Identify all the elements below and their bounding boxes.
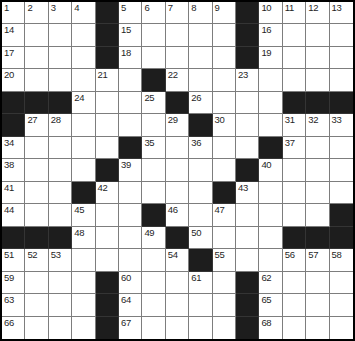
cell-r2c4[interactable]: [72, 24, 95, 46]
cell-r12c10[interactable]: 55: [213, 249, 236, 271]
cell-r7c3[interactable]: [49, 137, 72, 159]
cell-r3c15[interactable]: [330, 47, 353, 69]
black-cell: [283, 92, 306, 114]
cell-number: 13: [332, 2, 342, 13]
black-cell: [236, 272, 259, 294]
cell-r6c10[interactable]: 30: [213, 114, 236, 136]
cell-r3c1[interactable]: 17: [2, 47, 25, 69]
cell-number: 63: [4, 294, 14, 305]
cell-r4c3[interactable]: [49, 69, 72, 91]
cell-r4c15[interactable]: [330, 69, 353, 91]
cell-r13c7[interactable]: [142, 272, 165, 294]
cell-number: 40: [261, 159, 271, 170]
crossword-grid: 1234567891011121314151617181920212223242…: [0, 0, 355, 341]
black-cell: [49, 92, 72, 114]
cell-r3c3[interactable]: [49, 47, 72, 69]
cell-r11c5[interactable]: [96, 227, 119, 249]
cell-r13c1[interactable]: 59: [2, 272, 25, 294]
cell-r12c2[interactable]: 52: [25, 249, 48, 271]
cell-r5c6[interactable]: [119, 92, 142, 114]
cell-r15c3[interactable]: [49, 317, 72, 339]
cell-r4c10[interactable]: [213, 69, 236, 91]
cell-r4c8[interactable]: 22: [166, 69, 189, 91]
cell-r9c11[interactable]: 43: [236, 182, 259, 204]
black-cell: [72, 182, 95, 204]
cell-r12c15[interactable]: 58: [330, 249, 353, 271]
black-cell: [236, 159, 259, 181]
cell-r13c9[interactable]: 61: [189, 272, 212, 294]
cell-number: 23: [238, 69, 248, 80]
cell-r11c6[interactable]: [119, 227, 142, 249]
cell-r4c5[interactable]: 21: [96, 69, 119, 91]
cell-r1c12[interactable]: 10: [259, 2, 282, 24]
cell-r8c14[interactable]: [306, 159, 329, 181]
cell-r12c8[interactable]: 54: [166, 249, 189, 271]
cell-r7c10[interactable]: [213, 137, 236, 159]
black-cell: [166, 227, 189, 249]
black-cell: [189, 114, 212, 136]
cell-r14c10[interactable]: [213, 294, 236, 316]
cell-r10c11[interactable]: [236, 204, 259, 226]
cell-r15c12[interactable]: 68: [259, 317, 282, 339]
black-cell: [2, 227, 25, 249]
cell-number: 54: [168, 249, 178, 260]
cell-number: 44: [4, 204, 14, 215]
cell-number: 57: [308, 249, 318, 260]
cell-number: 15: [121, 24, 131, 35]
cell-r9c14[interactable]: [306, 182, 329, 204]
cell-number: 8: [191, 2, 196, 13]
cell-r9c3[interactable]: [49, 182, 72, 204]
cell-number: 67: [121, 317, 131, 328]
cell-r12c11[interactable]: [236, 249, 259, 271]
cell-number: 61: [191, 272, 201, 283]
cell-r2c8[interactable]: [166, 24, 189, 46]
cell-number: 66: [4, 317, 14, 328]
black-cell: [49, 227, 72, 249]
cell-r13c8[interactable]: [166, 272, 189, 294]
cell-r7c2[interactable]: [25, 137, 48, 159]
cell-number: 1: [4, 2, 9, 13]
cell-r10c6[interactable]: [119, 204, 142, 226]
cell-r4c14[interactable]: [306, 69, 329, 91]
black-cell: [96, 2, 119, 24]
cell-r11c9[interactable]: 50: [189, 227, 212, 249]
cell-number: 48: [74, 227, 84, 238]
cell-r14c6[interactable]: 64: [119, 294, 142, 316]
cell-number: 52: [27, 249, 37, 260]
cell-number: 19: [261, 47, 271, 58]
cell-r8c9[interactable]: [189, 159, 212, 181]
cell-number: 17: [4, 47, 14, 58]
cell-r10c14[interactable]: [306, 204, 329, 226]
cell-r8c10[interactable]: [213, 159, 236, 181]
cell-r14c15[interactable]: [330, 294, 353, 316]
cell-r7c11[interactable]: [236, 137, 259, 159]
cell-number: 33: [332, 114, 342, 125]
cell-number: 26: [191, 92, 201, 103]
cell-r15c10[interactable]: [213, 317, 236, 339]
cell-number: 11: [285, 2, 294, 13]
black-cell: [25, 227, 48, 249]
cell-r14c12[interactable]: 65: [259, 294, 282, 316]
cell-r2c9[interactable]: [189, 24, 212, 46]
cell-number: 25: [144, 92, 154, 103]
cell-r2c2[interactable]: [25, 24, 48, 46]
cell-r1c13[interactable]: 11: [283, 2, 306, 24]
cell-r10c10[interactable]: 47: [213, 204, 236, 226]
cell-r1c14[interactable]: 12: [306, 2, 329, 24]
cell-r10c3[interactable]: [49, 204, 72, 226]
cell-number: 22: [168, 69, 178, 80]
black-cell: [306, 92, 329, 114]
cell-r7c8[interactable]: [166, 137, 189, 159]
cell-r7c15[interactable]: [330, 137, 353, 159]
cell-number: 28: [51, 114, 61, 125]
cell-r4c12[interactable]: [259, 69, 282, 91]
cell-r4c4[interactable]: [72, 69, 95, 91]
cell-number: 24: [74, 92, 84, 103]
cell-r3c8[interactable]: [166, 47, 189, 69]
cell-r5c10[interactable]: [213, 92, 236, 114]
cell-r2c10[interactable]: [213, 24, 236, 46]
cell-r10c13[interactable]: [283, 204, 306, 226]
cell-r13c14[interactable]: [306, 272, 329, 294]
cell-r4c2[interactable]: [25, 69, 48, 91]
black-cell: [236, 294, 259, 316]
cell-r4c11[interactable]: 23: [236, 69, 259, 91]
black-cell: [236, 47, 259, 69]
cell-r13c2[interactable]: [25, 272, 48, 294]
cell-r8c3[interactable]: [49, 159, 72, 181]
cell-number: 20: [4, 69, 14, 80]
cell-r9c9[interactable]: [189, 182, 212, 204]
black-cell: [236, 24, 259, 46]
cell-r7c14[interactable]: [306, 137, 329, 159]
cell-r9c2[interactable]: [25, 182, 48, 204]
cell-r9c1[interactable]: 41: [2, 182, 25, 204]
black-cell: [330, 204, 353, 226]
black-cell: [119, 137, 142, 159]
cell-r2c3[interactable]: [49, 24, 72, 46]
cell-r9c12[interactable]: [259, 182, 282, 204]
cell-r9c13[interactable]: [283, 182, 306, 204]
cell-r15c1[interactable]: 66: [2, 317, 25, 339]
cell-r7c4[interactable]: [72, 137, 95, 159]
cell-r7c1[interactable]: 34: [2, 137, 25, 159]
cell-r13c12[interactable]: 62: [259, 272, 282, 294]
cell-r6c4[interactable]: [72, 114, 95, 136]
cell-r6c3[interactable]: 28: [49, 114, 72, 136]
cell-r8c6[interactable]: 39: [119, 159, 142, 181]
cell-r9c5[interactable]: 42: [96, 182, 119, 204]
cell-r12c5[interactable]: [96, 249, 119, 271]
cell-r5c12[interactable]: [259, 92, 282, 114]
cell-number: 3: [51, 2, 56, 13]
cell-r15c6[interactable]: 67: [119, 317, 142, 339]
cell-r1c1[interactable]: 1: [2, 2, 25, 24]
cell-r7c9[interactable]: 36: [189, 137, 212, 159]
cell-r5c9[interactable]: 26: [189, 92, 212, 114]
black-cell: [96, 294, 119, 316]
cell-r13c4[interactable]: [72, 272, 95, 294]
cell-r6c13[interactable]: 31: [283, 114, 306, 136]
cell-number: 9: [215, 2, 220, 13]
cell-number: 21: [98, 69, 108, 80]
cell-r9c7[interactable]: [142, 182, 165, 204]
cell-r5c4[interactable]: 24: [72, 92, 95, 114]
black-cell: [236, 317, 259, 339]
cell-r4c13[interactable]: [283, 69, 306, 91]
cell-number: 14: [4, 24, 14, 35]
cell-r11c4[interactable]: 48: [72, 227, 95, 249]
cell-number: 60: [121, 272, 131, 283]
black-cell: [259, 137, 282, 159]
cell-r12c1[interactable]: 51: [2, 249, 25, 271]
cell-r9c6[interactable]: [119, 182, 142, 204]
cell-r1c6[interactable]: 5: [119, 2, 142, 24]
cell-r12c7[interactable]: [142, 249, 165, 271]
cell-r4c1[interactable]: 20: [2, 69, 25, 91]
cell-r6c2[interactable]: 27: [25, 114, 48, 136]
cell-number: 39: [121, 159, 131, 170]
black-cell: [96, 47, 119, 69]
cell-r1c8[interactable]: 7: [166, 2, 189, 24]
cell-r1c3[interactable]: 3: [49, 2, 72, 24]
cell-number: 6: [144, 2, 149, 13]
cell-r3c4[interactable]: [72, 47, 95, 69]
cell-r8c12[interactable]: 40: [259, 159, 282, 181]
cell-number: 51: [4, 249, 14, 260]
cell-r5c5[interactable]: [96, 92, 119, 114]
cell-r14c9[interactable]: [189, 294, 212, 316]
black-cell: [236, 2, 259, 24]
cell-number: 45: [74, 204, 84, 215]
cell-r1c10[interactable]: 9: [213, 2, 236, 24]
cell-r9c15[interactable]: [330, 182, 353, 204]
cell-r8c2[interactable]: [25, 159, 48, 181]
cell-r10c5[interactable]: [96, 204, 119, 226]
cell-number: 4: [74, 2, 79, 13]
black-cell: [330, 92, 353, 114]
cell-number: 59: [4, 272, 14, 283]
cell-r2c15[interactable]: [330, 24, 353, 46]
cell-number: 29: [168, 114, 178, 125]
cell-r10c2[interactable]: [25, 204, 48, 226]
cell-r5c11[interactable]: [236, 92, 259, 114]
cell-number: 34: [4, 137, 14, 148]
cell-r12c12[interactable]: [259, 249, 282, 271]
cell-r6c6[interactable]: [119, 114, 142, 136]
cell-number: 38: [4, 159, 14, 170]
cell-r7c7[interactable]: 35: [142, 137, 165, 159]
cell-r9c8[interactable]: [166, 182, 189, 204]
cell-r4c6[interactable]: [119, 69, 142, 91]
cell-r6c7[interactable]: [142, 114, 165, 136]
cell-r14c4[interactable]: [72, 294, 95, 316]
black-cell: [96, 24, 119, 46]
cell-r15c4[interactable]: [72, 317, 95, 339]
black-cell: [166, 92, 189, 114]
cell-number: 53: [51, 249, 61, 260]
cell-number: 50: [191, 227, 201, 238]
black-cell: [330, 227, 353, 249]
cell-number: 46: [168, 204, 178, 215]
cell-number: 36: [191, 137, 201, 148]
cell-r15c7[interactable]: [142, 317, 165, 339]
cell-r10c8[interactable]: 46: [166, 204, 189, 226]
cell-r2c6[interactable]: 15: [119, 24, 142, 46]
cell-number: 47: [215, 204, 225, 215]
cell-r8c4[interactable]: [72, 159, 95, 181]
cell-r14c2[interactable]: [25, 294, 48, 316]
cell-r1c2[interactable]: 2: [25, 2, 48, 24]
cell-r2c7[interactable]: [142, 24, 165, 46]
cell-r1c9[interactable]: 8: [189, 2, 212, 24]
cell-number: 62: [261, 272, 271, 283]
cell-r2c14[interactable]: [306, 24, 329, 46]
cell-number: 31: [285, 114, 295, 125]
cell-r7c13[interactable]: 37: [283, 137, 306, 159]
cell-number: 58: [332, 249, 342, 260]
cell-r13c3[interactable]: [49, 272, 72, 294]
cell-number: 55: [215, 249, 225, 260]
cell-r3c9[interactable]: [189, 47, 212, 69]
cell-r5c7[interactable]: 25: [142, 92, 165, 114]
black-cell: [213, 182, 236, 204]
cell-number: 5: [121, 2, 126, 13]
cell-number: 41: [4, 182, 14, 193]
cell-r14c7[interactable]: [142, 294, 165, 316]
cell-r14c8[interactable]: [166, 294, 189, 316]
cell-r1c15[interactable]: 13: [330, 2, 353, 24]
cell-r11c10[interactable]: [213, 227, 236, 249]
cell-r15c8[interactable]: [166, 317, 189, 339]
cell-r3c7[interactable]: [142, 47, 165, 69]
cell-number: 56: [285, 249, 295, 260]
cell-r14c1[interactable]: 63: [2, 294, 25, 316]
cell-number: 2: [27, 2, 32, 13]
cell-r11c12[interactable]: [259, 227, 282, 249]
cell-r12c14[interactable]: 57: [306, 249, 329, 271]
cell-number: 65: [261, 294, 271, 305]
cell-r1c7[interactable]: 6: [142, 2, 165, 24]
cell-r15c13[interactable]: [283, 317, 306, 339]
cell-r15c2[interactable]: [25, 317, 48, 339]
cell-r11c7[interactable]: 49: [142, 227, 165, 249]
cell-number: 43: [238, 182, 248, 193]
cell-r8c8[interactable]: [166, 159, 189, 181]
cell-r13c6[interactable]: 60: [119, 272, 142, 294]
cell-r2c12[interactable]: 16: [259, 24, 282, 46]
cell-number: 35: [144, 137, 154, 148]
cell-r3c14[interactable]: [306, 47, 329, 69]
cell-r15c14[interactable]: [306, 317, 329, 339]
black-cell: [142, 69, 165, 91]
cell-r11c11[interactable]: [236, 227, 259, 249]
black-cell: [96, 317, 119, 339]
cell-number: 7: [168, 2, 173, 13]
cell-r2c1[interactable]: 14: [2, 24, 25, 46]
black-cell: [25, 92, 48, 114]
cell-r3c13[interactable]: [283, 47, 306, 69]
cell-r6c12[interactable]: [259, 114, 282, 136]
cell-r10c9[interactable]: [189, 204, 212, 226]
cell-r13c15[interactable]: [330, 272, 353, 294]
cell-r12c13[interactable]: 56: [283, 249, 306, 271]
cell-r4c9[interactable]: [189, 69, 212, 91]
cell-number: 32: [308, 114, 318, 125]
cell-number: 64: [121, 294, 131, 305]
cell-r8c13[interactable]: [283, 159, 306, 181]
cell-r10c12[interactable]: [259, 204, 282, 226]
cell-r6c11[interactable]: [236, 114, 259, 136]
cell-number: 12: [308, 2, 318, 13]
cell-number: 27: [27, 114, 37, 125]
cell-r8c15[interactable]: [330, 159, 353, 181]
cell-number: 16: [261, 24, 271, 35]
cell-number: 42: [98, 182, 108, 193]
cell-r2c13[interactable]: [283, 24, 306, 46]
cell-r13c10[interactable]: [213, 272, 236, 294]
black-cell: [96, 272, 119, 294]
cell-r15c9[interactable]: [189, 317, 212, 339]
cell-r1c4[interactable]: 4: [72, 2, 95, 24]
cell-r8c7[interactable]: [142, 159, 165, 181]
cell-r14c3[interactable]: [49, 294, 72, 316]
black-cell: [283, 227, 306, 249]
cell-r12c6[interactable]: [119, 249, 142, 271]
cell-r6c15[interactable]: 33: [330, 114, 353, 136]
cell-r14c14[interactable]: [306, 294, 329, 316]
cell-r6c14[interactable]: 32: [306, 114, 329, 136]
cell-r10c4[interactable]: 45: [72, 204, 95, 226]
cell-r8c1[interactable]: 38: [2, 159, 25, 181]
black-cell: [142, 204, 165, 226]
cell-r12c3[interactable]: 53: [49, 249, 72, 271]
cell-number: 18: [121, 47, 131, 58]
cell-r3c12[interactable]: 19: [259, 47, 282, 69]
cell-number: 10: [261, 2, 271, 13]
cell-number: 30: [215, 114, 225, 125]
black-cell: [2, 114, 25, 136]
cell-r14c13[interactable]: [283, 294, 306, 316]
cell-r6c8[interactable]: 29: [166, 114, 189, 136]
cell-r7c5[interactable]: [96, 137, 119, 159]
black-cell: [306, 227, 329, 249]
black-cell: [2, 92, 25, 114]
cell-r3c2[interactable]: [25, 47, 48, 69]
cell-r12c4[interactable]: [72, 249, 95, 271]
cell-r10c1[interactable]: 44: [2, 204, 25, 226]
black-cell: [96, 159, 119, 181]
black-cell: [189, 249, 212, 271]
cell-r15c15[interactable]: [330, 317, 353, 339]
cell-r6c5[interactable]: [96, 114, 119, 136]
cell-r3c10[interactable]: [213, 47, 236, 69]
cell-number: 68: [261, 317, 271, 328]
cell-number: 37: [285, 137, 295, 148]
cell-r3c6[interactable]: 18: [119, 47, 142, 69]
cell-number: 49: [144, 227, 154, 238]
cell-r13c13[interactable]: [283, 272, 306, 294]
